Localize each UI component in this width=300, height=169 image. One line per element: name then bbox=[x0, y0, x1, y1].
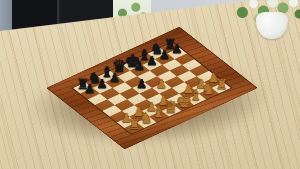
piece-white-knight-b1[interactable]: ♞ bbox=[140, 111, 153, 126]
piece-white-pawn-e4[interactable]: ♟ bbox=[156, 78, 167, 90]
piece-white-rook-h1[interactable]: ♜ bbox=[215, 77, 228, 91]
piece-white-knight-g1[interactable]: ♞ bbox=[202, 82, 215, 97]
piece-white-bishop-c1[interactable]: ♝ bbox=[152, 105, 165, 120]
piece-white-queen-d1[interactable]: ♛ bbox=[164, 98, 179, 115]
piece-black-pawn-f7[interactable]: ♟ bbox=[147, 55, 158, 67]
piece-black-pawn-e7[interactable]: ♟ bbox=[134, 61, 145, 73]
flower-vase bbox=[234, 0, 300, 42]
piece-black-pawn-c7[interactable]: ♟ bbox=[109, 72, 120, 84]
piece-black-pawn-b7[interactable]: ♟ bbox=[97, 78, 108, 90]
vase-pot bbox=[256, 12, 288, 39]
piece-black-pawn-d5[interactable]: ♟ bbox=[136, 78, 147, 90]
piece-black-pawn-a7[interactable]: ♟ bbox=[84, 83, 95, 95]
scene: ♜♟♟♜♞♟♟♞♝♟♟♝♚♟♟♚♛♟♟♛♝♟♟♝♞♟♟♞♜♟♟♜ bbox=[0, 0, 300, 169]
piece-black-pawn-g7[interactable]: ♟ bbox=[159, 49, 170, 61]
piece-black-pawn-h7[interactable]: ♟ bbox=[172, 43, 183, 55]
piece-white-rook-a1[interactable]: ♜ bbox=[128, 117, 141, 131]
